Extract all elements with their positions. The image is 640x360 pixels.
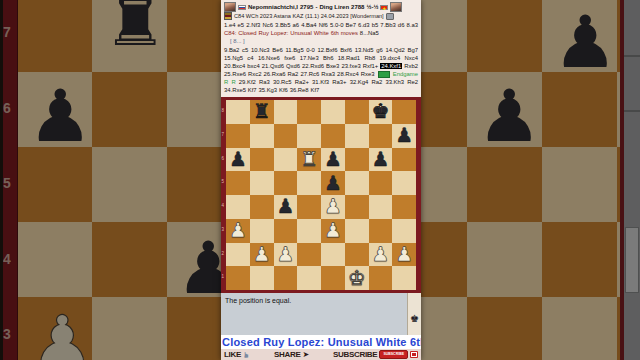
- like-button[interactable]: LIKE: [224, 350, 241, 359]
- share-button[interactable]: SHARE: [274, 350, 301, 359]
- square-f6[interactable]: [345, 148, 369, 172]
- square-g1[interactable]: [369, 266, 393, 290]
- chess-board: ♜♚♟♟♜♟♟♟♟♟♟♟♟♟♟♟♚: [226, 100, 416, 290]
- current-move[interactable]: 24.Kxf1: [380, 63, 402, 69]
- black-to-move-king-icon: ♚: [410, 313, 419, 324]
- black-player-rating: 2788: [351, 3, 364, 11]
- square-b5[interactable]: [250, 171, 274, 195]
- square-h7[interactable]: ♟: [392, 124, 416, 148]
- square-f4[interactable]: [345, 195, 369, 219]
- square-d5[interactable]: [297, 171, 321, 195]
- rank-label-1: 1: [222, 274, 226, 279]
- moves-segment[interactable]: 29.Kf2 Ra3 30.Rc5 Ra2+ 31.Kf3 Ra3+ 32.Kg…: [224, 79, 418, 93]
- square-c8[interactable]: [274, 100, 298, 124]
- annotation-panel: The position is equal. ♚: [221, 293, 421, 335]
- square-e7[interactable]: [321, 124, 345, 148]
- square-e2[interactable]: [321, 243, 345, 267]
- square-a2[interactable]: [226, 243, 250, 267]
- square-c2[interactable]: ♟: [274, 243, 298, 267]
- square-g4[interactable]: [369, 195, 393, 219]
- content-column: Nepomniachtchi,I 2795 - Ding Liren 2788 …: [221, 0, 421, 360]
- square-a1[interactable]: [226, 266, 250, 290]
- square-g6[interactable]: ♟: [369, 148, 393, 172]
- rank-label-5: 5: [222, 179, 226, 184]
- players-separator: -: [315, 3, 317, 11]
- e5-black-piece[interactable]: ♟: [324, 172, 342, 195]
- title-ticker: Closed Ruy Lopez: Unusual White 6th mo: [221, 335, 421, 349]
- c4-black-piece[interactable]: ♟: [276, 195, 294, 218]
- square-f3[interactable]: [345, 219, 369, 243]
- square-g2[interactable]: ♟: [369, 243, 393, 267]
- g8-black-piece[interactable]: ♚: [371, 100, 389, 123]
- square-c3[interactable]: [274, 219, 298, 243]
- d6-white-piece[interactable]: ♜: [300, 148, 318, 171]
- rank-label-6: 6: [222, 156, 226, 161]
- square-e8[interactable]: [321, 100, 345, 124]
- white-player-rating: 2795: [300, 3, 313, 11]
- black-player-photo: [390, 2, 402, 12]
- square-b8[interactable]: ♜: [250, 100, 274, 124]
- square-b7[interactable]: [250, 124, 274, 148]
- rank-label-4: 4: [222, 203, 226, 208]
- square-c4[interactable]: ♟: [274, 195, 298, 219]
- square-a8[interactable]: [226, 100, 250, 124]
- square-e1[interactable]: [321, 266, 345, 290]
- square-h2[interactable]: ♟: [392, 243, 416, 267]
- square-a6[interactable]: ♟: [226, 148, 250, 172]
- rank-label-7: 7: [222, 132, 226, 137]
- square-d2[interactable]: [297, 243, 321, 267]
- square-g3[interactable]: [369, 219, 393, 243]
- share-arrow-icon[interactable]: ➤: [302, 351, 309, 359]
- a3-white-piece[interactable]: ♟: [229, 219, 247, 242]
- square-h3[interactable]: [392, 219, 416, 243]
- c2-white-piece[interactable]: ♟: [276, 243, 294, 266]
- square-b3[interactable]: [250, 219, 274, 243]
- h2-white-piece[interactable]: ♟: [395, 243, 413, 266]
- square-c1[interactable]: [274, 266, 298, 290]
- rank-label-8: 8: [222, 108, 226, 113]
- board-frame: ♜♚♟♟♜♟♟♟♟♟♟♟♟♟♟♟♚ 87654321: [221, 97, 421, 293]
- b8-black-piece[interactable]: ♜: [253, 100, 271, 123]
- square-f8[interactable]: [345, 100, 369, 124]
- opening-name: C84: Closed Ruy Lopez: Unusual White 6th…: [224, 30, 358, 36]
- f1-white-piece[interactable]: ♚: [348, 267, 366, 290]
- e3-white-piece[interactable]: ♟: [324, 219, 342, 242]
- square-d8[interactable]: [297, 100, 321, 124]
- square-d7[interactable]: [297, 124, 321, 148]
- e6-black-piece[interactable]: ♟: [324, 148, 342, 171]
- square-g5[interactable]: [369, 171, 393, 195]
- move-list: 1.e4 e5 2.Nf3 Nc6 3.Bb5 a6 4.Ba4 Nf6 5.0…: [224, 21, 418, 37]
- notation-panel: Nepomniachtchi,I 2795 - Ding Liren 2788 …: [221, 0, 421, 97]
- moves-segment[interactable]: 1.e4 e5 2.Nf3 Nc6 3.Bb5 a6 4.Ba4 Nf6 5.0…: [224, 22, 418, 28]
- a6-black-piece[interactable]: ♟: [229, 148, 247, 171]
- square-g7[interactable]: [369, 124, 393, 148]
- square-g8[interactable]: ♚: [369, 100, 393, 124]
- subscribe-label: SUBSCRIBE: [333, 350, 377, 359]
- square-a5[interactable]: [226, 171, 250, 195]
- square-a7[interactable]: [226, 124, 250, 148]
- square-h1[interactable]: [392, 266, 416, 290]
- square-b2[interactable]: ♟: [250, 243, 274, 267]
- square-b4[interactable]: [250, 195, 274, 219]
- square-f2[interactable]: [345, 243, 369, 267]
- e4-white-piece[interactable]: ♟: [324, 195, 342, 218]
- h7-black-piece[interactable]: ♟: [395, 124, 413, 147]
- square-e6[interactable]: ♟: [321, 148, 345, 172]
- evaluation-text: The position is equal.: [221, 293, 421, 308]
- endgame-badge-icon: [378, 71, 390, 78]
- square-d1[interactable]: [297, 266, 321, 290]
- thumbs-up-icon[interactable]: ☛: [243, 351, 251, 358]
- side-to-move-strip: ♚: [407, 293, 421, 335]
- square-d6[interactable]: ♜: [297, 148, 321, 172]
- social-bar: LIKE ☛ SHARE ➤ SUBSCRIBE SUBSCRIBE: [221, 349, 421, 360]
- square-d4[interactable]: [297, 195, 321, 219]
- russia-flag-icon: [238, 5, 246, 10]
- video-frame: 76543 ♜♟♟♟♟♟ Nepomniachtchi,I 2795 - Din…: [0, 0, 640, 360]
- variation-line[interactable]: [ 8... ]: [224, 37, 418, 45]
- square-h8[interactable]: [392, 100, 416, 124]
- square-d3[interactable]: [297, 219, 321, 243]
- white-player-name: Nepomniachtchi,I: [248, 3, 298, 11]
- square-f1[interactable]: ♚: [345, 266, 369, 290]
- g2-white-piece[interactable]: ♟: [371, 243, 389, 266]
- ticker-text: Closed Ruy Lopez: Unusual White 6th mo: [221, 336, 421, 348]
- annotator-icon: [386, 13, 394, 20]
- white-player-photo: [224, 2, 236, 12]
- database-icon: [224, 12, 232, 20]
- g6-black-piece[interactable]: ♟: [371, 148, 389, 171]
- square-h5[interactable]: [392, 171, 416, 195]
- square-c5[interactable]: [274, 171, 298, 195]
- square-c7[interactable]: [274, 124, 298, 148]
- square-a3[interactable]: ♟: [226, 219, 250, 243]
- square-h4[interactable]: [392, 195, 416, 219]
- square-e5[interactable]: ♟: [321, 171, 345, 195]
- event-line: C84 WCh 2023 Astana KAZ (11.1) 24.04.202…: [234, 13, 384, 20]
- square-f7[interactable]: [345, 124, 369, 148]
- square-c6[interactable]: [274, 148, 298, 172]
- rank-label-3: 3: [222, 227, 226, 232]
- square-b6[interactable]: [250, 148, 274, 172]
- black-player-name: Ding Liren: [319, 3, 349, 11]
- square-h6[interactable]: [392, 148, 416, 172]
- square-f5[interactable]: [345, 171, 369, 195]
- moves-segment[interactable]: 8...Na5: [360, 30, 379, 36]
- square-b1[interactable]: [250, 266, 274, 290]
- event-header: C84 WCh 2023 Astana KAZ (11.1) 24.04.202…: [224, 12, 418, 20]
- rank-label-2: 2: [222, 251, 226, 256]
- game-result: ½-½: [366, 3, 378, 11]
- youtube-icon[interactable]: [410, 351, 418, 358]
- square-e3[interactable]: ♟: [321, 219, 345, 243]
- square-a4[interactable]: [226, 195, 250, 219]
- game-header: Nepomniachtchi,I 2795 - Ding Liren 2788 …: [224, 2, 418, 12]
- move-list: 9.Ba2 c5 10.Nc3 Be6 11.Bg5 0-0 12.Bxf6 B…: [224, 46, 418, 94]
- subscribe-button[interactable]: SUBSCRIBE: [379, 350, 408, 359]
- b2-white-piece[interactable]: ♟: [253, 243, 271, 266]
- china-flag-icon: ★: [380, 5, 388, 10]
- square-e4[interactable]: ♟: [321, 195, 345, 219]
